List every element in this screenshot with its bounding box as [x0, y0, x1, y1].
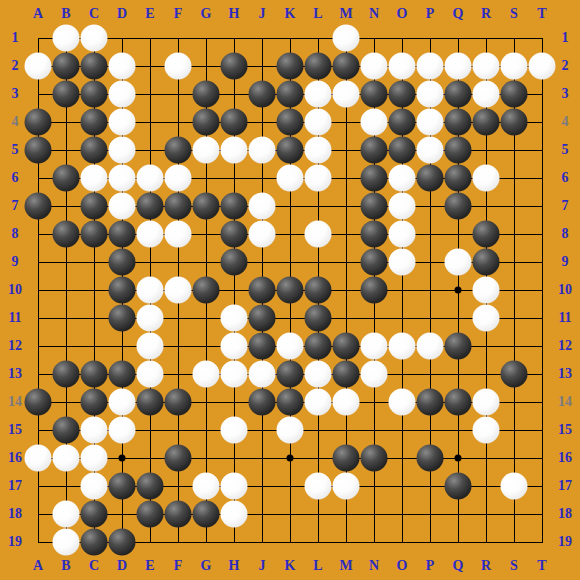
white-stone-J5[interactable] [249, 137, 276, 164]
white-stone-C17[interactable] [81, 473, 108, 500]
column-label-J: J [259, 6, 266, 22]
black-stone-Q14[interactable] [445, 389, 472, 416]
white-stone-E8[interactable] [137, 221, 164, 248]
black-stone-J14[interactable] [249, 389, 276, 416]
white-stone-F8[interactable] [165, 221, 192, 248]
column-label-F: F [174, 558, 183, 574]
white-stone-M1[interactable] [333, 25, 360, 52]
white-stone-M17[interactable] [333, 473, 360, 500]
white-stone-L5[interactable] [305, 137, 332, 164]
row-label-10: 10 [8, 282, 22, 298]
row-label-6: 6 [12, 170, 19, 186]
star-point-K16 [287, 455, 294, 462]
white-stone-M3[interactable] [333, 81, 360, 108]
row-label-15: 15 [558, 422, 572, 438]
column-label-A: A [33, 558, 43, 574]
black-stone-H4[interactable] [221, 109, 248, 136]
white-stone-R15[interactable] [473, 417, 500, 444]
black-stone-J10[interactable] [249, 277, 276, 304]
white-stone-O6[interactable] [389, 165, 416, 192]
white-stone-O9[interactable] [389, 249, 416, 276]
row-label-14: 14 [558, 394, 572, 410]
white-stone-D6[interactable] [109, 165, 136, 192]
black-stone-C2[interactable] [81, 53, 108, 80]
row-label-10: 10 [558, 282, 572, 298]
white-stone-Q2[interactable] [445, 53, 472, 80]
column-label-A: A [33, 6, 43, 22]
black-stone-O4[interactable] [389, 109, 416, 136]
white-stone-R6[interactable] [473, 165, 500, 192]
black-stone-G3[interactable] [193, 81, 220, 108]
column-label-R: R [481, 6, 491, 22]
black-stone-Q12[interactable] [445, 333, 472, 360]
white-stone-R10[interactable] [473, 277, 500, 304]
black-stone-C7[interactable] [81, 193, 108, 220]
grid-line-h-18 [38, 514, 543, 515]
white-stone-H11[interactable] [221, 305, 248, 332]
column-label-R: R [481, 558, 491, 574]
white-stone-S17[interactable] [501, 473, 528, 500]
white-stone-J8[interactable] [249, 221, 276, 248]
white-stone-B1[interactable] [53, 25, 80, 52]
black-stone-K13[interactable] [277, 361, 304, 388]
column-label-K: K [285, 6, 296, 22]
white-stone-P12[interactable] [417, 333, 444, 360]
row-label-7: 7 [12, 198, 19, 214]
row-label-3: 3 [562, 86, 569, 102]
row-label-17: 17 [8, 478, 22, 494]
black-stone-Q6[interactable] [445, 165, 472, 192]
row-label-19: 19 [8, 534, 22, 550]
row-label-1: 1 [12, 30, 19, 46]
white-stone-F6[interactable] [165, 165, 192, 192]
white-stone-L8[interactable] [305, 221, 332, 248]
column-label-C: C [89, 558, 99, 574]
column-label-M: M [339, 558, 352, 574]
column-label-G: G [201, 6, 212, 22]
black-stone-F5[interactable] [165, 137, 192, 164]
column-label-T: T [537, 6, 546, 22]
white-stone-F2[interactable] [165, 53, 192, 80]
column-label-L: L [313, 558, 322, 574]
black-stone-M16[interactable] [333, 445, 360, 472]
white-stone-L13[interactable] [305, 361, 332, 388]
column-label-S: S [510, 6, 518, 22]
white-stone-R2[interactable] [473, 53, 500, 80]
row-label-4: 4 [562, 114, 569, 130]
column-label-P: P [426, 558, 435, 574]
white-stone-T2[interactable] [529, 53, 556, 80]
black-stone-G7[interactable] [193, 193, 220, 220]
black-stone-Q17[interactable] [445, 473, 472, 500]
black-stone-S4[interactable] [501, 109, 528, 136]
white-stone-O7[interactable] [389, 193, 416, 220]
black-stone-K10[interactable] [277, 277, 304, 304]
black-stone-A7[interactable] [25, 193, 52, 220]
black-stone-K3[interactable] [277, 81, 304, 108]
row-label-17: 17 [558, 478, 572, 494]
row-label-13: 13 [8, 366, 22, 382]
black-stone-N6[interactable] [361, 165, 388, 192]
black-stone-E14[interactable] [137, 389, 164, 416]
row-label-4: 4 [12, 114, 19, 130]
black-stone-F14[interactable] [165, 389, 192, 416]
black-stone-N9[interactable] [361, 249, 388, 276]
white-stone-G5[interactable] [193, 137, 220, 164]
black-stone-D13[interactable] [109, 361, 136, 388]
white-stone-B16[interactable] [53, 445, 80, 472]
row-label-8: 8 [562, 226, 569, 242]
white-stone-D4[interactable] [109, 109, 136, 136]
star-point-Q10 [455, 287, 462, 294]
white-stone-N4[interactable] [361, 109, 388, 136]
column-label-N: N [369, 6, 379, 22]
go-board[interactable]: AABBCCDDEEFFGGHHJJKKLLMMNNOOPPQQRRSSTT11… [0, 0, 580, 580]
white-stone-J7[interactable] [249, 193, 276, 220]
black-stone-H7[interactable] [221, 193, 248, 220]
white-stone-L4[interactable] [305, 109, 332, 136]
black-stone-D10[interactable] [109, 277, 136, 304]
white-stone-E12[interactable] [137, 333, 164, 360]
white-stone-C15[interactable] [81, 417, 108, 444]
row-label-2: 2 [562, 58, 569, 74]
row-label-5: 5 [12, 142, 19, 158]
black-stone-N10[interactable] [361, 277, 388, 304]
black-stone-N5[interactable] [361, 137, 388, 164]
white-stone-N13[interactable] [361, 361, 388, 388]
white-stone-L14[interactable] [305, 389, 332, 416]
black-stone-B2[interactable] [53, 53, 80, 80]
white-stone-R11[interactable] [473, 305, 500, 332]
row-label-3: 3 [12, 86, 19, 102]
black-stone-C3[interactable] [81, 81, 108, 108]
column-label-B: B [61, 558, 70, 574]
white-stone-H5[interactable] [221, 137, 248, 164]
black-stone-N16[interactable] [361, 445, 388, 472]
white-stone-D3[interactable] [109, 81, 136, 108]
black-stone-N8[interactable] [361, 221, 388, 248]
row-label-18: 18 [558, 506, 572, 522]
white-stone-G17[interactable] [193, 473, 220, 500]
row-label-2: 2 [12, 58, 19, 74]
black-stone-H2[interactable] [221, 53, 248, 80]
column-label-G: G [201, 558, 212, 574]
white-stone-R3[interactable] [473, 81, 500, 108]
black-stone-R8[interactable] [473, 221, 500, 248]
white-stone-E6[interactable] [137, 165, 164, 192]
row-label-12: 12 [8, 338, 22, 354]
white-stone-F10[interactable] [165, 277, 192, 304]
white-stone-K12[interactable] [277, 333, 304, 360]
black-stone-R4[interactable] [473, 109, 500, 136]
column-label-O: O [397, 6, 408, 22]
white-stone-J13[interactable] [249, 361, 276, 388]
white-stone-B19[interactable] [53, 529, 80, 556]
black-stone-N7[interactable] [361, 193, 388, 220]
column-label-H: H [229, 6, 240, 22]
column-label-K: K [285, 558, 296, 574]
white-stone-O8[interactable] [389, 221, 416, 248]
black-stone-C4[interactable] [81, 109, 108, 136]
row-label-15: 15 [8, 422, 22, 438]
white-stone-P5[interactable] [417, 137, 444, 164]
row-label-11: 11 [8, 310, 21, 326]
black-stone-S13[interactable] [501, 361, 528, 388]
black-stone-E7[interactable] [137, 193, 164, 220]
white-stone-E13[interactable] [137, 361, 164, 388]
black-stone-C19[interactable] [81, 529, 108, 556]
row-label-16: 16 [8, 450, 22, 466]
column-label-E: E [145, 558, 154, 574]
black-stone-O3[interactable] [389, 81, 416, 108]
black-stone-D11[interactable] [109, 305, 136, 332]
black-stone-J3[interactable] [249, 81, 276, 108]
star-point-D16 [119, 455, 126, 462]
star-point-Q16 [455, 455, 462, 462]
black-stone-H8[interactable] [221, 221, 248, 248]
black-stone-L10[interactable] [305, 277, 332, 304]
column-label-Q: Q [453, 558, 464, 574]
column-label-D: D [117, 6, 127, 22]
black-stone-C5[interactable] [81, 137, 108, 164]
black-stone-Q5[interactable] [445, 137, 472, 164]
column-label-M: M [339, 6, 352, 22]
white-stone-A16[interactable] [25, 445, 52, 472]
black-stone-K5[interactable] [277, 137, 304, 164]
white-stone-H18[interactable] [221, 501, 248, 528]
row-label-12: 12 [558, 338, 572, 354]
black-stone-M2[interactable] [333, 53, 360, 80]
black-stone-F18[interactable] [165, 501, 192, 528]
column-label-F: F [174, 6, 183, 22]
white-stone-H17[interactable] [221, 473, 248, 500]
row-label-6: 6 [562, 170, 569, 186]
white-stone-H12[interactable] [221, 333, 248, 360]
white-stone-R14[interactable] [473, 389, 500, 416]
black-stone-A4[interactable] [25, 109, 52, 136]
row-label-13: 13 [558, 366, 572, 382]
black-stone-P6[interactable] [417, 165, 444, 192]
white-stone-C6[interactable] [81, 165, 108, 192]
column-label-Q: Q [453, 6, 464, 22]
black-stone-R9[interactable] [473, 249, 500, 276]
white-stone-S2[interactable] [501, 53, 528, 80]
row-label-11: 11 [558, 310, 571, 326]
white-stone-L3[interactable] [305, 81, 332, 108]
white-stone-M14[interactable] [333, 389, 360, 416]
white-stone-B18[interactable] [53, 501, 80, 528]
row-label-14: 14 [8, 394, 22, 410]
black-stone-P14[interactable] [417, 389, 444, 416]
black-stone-K14[interactable] [277, 389, 304, 416]
black-stone-G18[interactable] [193, 501, 220, 528]
black-stone-B6[interactable] [53, 165, 80, 192]
black-stone-H9[interactable] [221, 249, 248, 276]
white-stone-C1[interactable] [81, 25, 108, 52]
black-stone-B8[interactable] [53, 221, 80, 248]
white-stone-D2[interactable] [109, 53, 136, 80]
white-stone-D5[interactable] [109, 137, 136, 164]
column-label-T: T [537, 558, 546, 574]
black-stone-L11[interactable] [305, 305, 332, 332]
column-label-J: J [259, 558, 266, 574]
row-label-9: 9 [562, 254, 569, 270]
black-stone-L12[interactable] [305, 333, 332, 360]
black-stone-J12[interactable] [249, 333, 276, 360]
column-label-C: C [89, 6, 99, 22]
row-label-5: 5 [562, 142, 569, 158]
black-stone-B13[interactable] [53, 361, 80, 388]
column-label-H: H [229, 558, 240, 574]
row-label-8: 8 [12, 226, 19, 242]
black-stone-F16[interactable] [165, 445, 192, 472]
white-stone-L6[interactable] [305, 165, 332, 192]
white-stone-P3[interactable] [417, 81, 444, 108]
row-label-1: 1 [562, 30, 569, 46]
black-stone-N3[interactable] [361, 81, 388, 108]
white-stone-P2[interactable] [417, 53, 444, 80]
black-stone-E17[interactable] [137, 473, 164, 500]
white-stone-K15[interactable] [277, 417, 304, 444]
black-stone-L2[interactable] [305, 53, 332, 80]
black-stone-D9[interactable] [109, 249, 136, 276]
white-stone-N12[interactable] [361, 333, 388, 360]
black-stone-K2[interactable] [277, 53, 304, 80]
column-label-E: E [145, 6, 154, 22]
white-stone-K6[interactable] [277, 165, 304, 192]
black-stone-C14[interactable] [81, 389, 108, 416]
black-stone-C13[interactable] [81, 361, 108, 388]
black-stone-A5[interactable] [25, 137, 52, 164]
white-stone-O2[interactable] [389, 53, 416, 80]
white-stone-H13[interactable] [221, 361, 248, 388]
black-stone-Q4[interactable] [445, 109, 472, 136]
white-stone-P4[interactable] [417, 109, 444, 136]
black-stone-C18[interactable] [81, 501, 108, 528]
column-label-D: D [117, 558, 127, 574]
black-stone-B15[interactable] [53, 417, 80, 444]
black-stone-C8[interactable] [81, 221, 108, 248]
white-stone-D15[interactable] [109, 417, 136, 444]
row-label-16: 16 [558, 450, 572, 466]
black-stone-O5[interactable] [389, 137, 416, 164]
black-stone-D19[interactable] [109, 529, 136, 556]
black-stone-J11[interactable] [249, 305, 276, 332]
black-stone-M12[interactable] [333, 333, 360, 360]
white-stone-L17[interactable] [305, 473, 332, 500]
grid-line-v-T [542, 38, 543, 543]
white-stone-E11[interactable] [137, 305, 164, 332]
white-stone-A2[interactable] [25, 53, 52, 80]
black-stone-E18[interactable] [137, 501, 164, 528]
column-label-P: P [426, 6, 435, 22]
black-stone-P16[interactable] [417, 445, 444, 472]
black-stone-D8[interactable] [109, 221, 136, 248]
white-stone-H15[interactable] [221, 417, 248, 444]
black-stone-D17[interactable] [109, 473, 136, 500]
white-stone-C16[interactable] [81, 445, 108, 472]
column-label-L: L [313, 6, 322, 22]
black-stone-K4[interactable] [277, 109, 304, 136]
black-stone-Q7[interactable] [445, 193, 472, 220]
column-label-N: N [369, 558, 379, 574]
white-stone-E10[interactable] [137, 277, 164, 304]
black-stone-A14[interactable] [25, 389, 52, 416]
white-stone-D14[interactable] [109, 389, 136, 416]
black-stone-G4[interactable] [193, 109, 220, 136]
black-stone-F7[interactable] [165, 193, 192, 220]
black-stone-M13[interactable] [333, 361, 360, 388]
white-stone-D7[interactable] [109, 193, 136, 220]
row-label-18: 18 [8, 506, 22, 522]
white-stone-N2[interactable] [361, 53, 388, 80]
column-label-S: S [510, 558, 518, 574]
row-label-7: 7 [562, 198, 569, 214]
black-stone-Q3[interactable] [445, 81, 472, 108]
row-label-9: 9 [12, 254, 19, 270]
column-label-B: B [61, 6, 70, 22]
white-stone-G13[interactable] [193, 361, 220, 388]
white-stone-Q9[interactable] [445, 249, 472, 276]
row-label-19: 19 [558, 534, 572, 550]
white-stone-O12[interactable] [389, 333, 416, 360]
black-stone-S3[interactable] [501, 81, 528, 108]
white-stone-O14[interactable] [389, 389, 416, 416]
black-stone-G10[interactable] [193, 277, 220, 304]
column-label-O: O [397, 558, 408, 574]
black-stone-B3[interactable] [53, 81, 80, 108]
